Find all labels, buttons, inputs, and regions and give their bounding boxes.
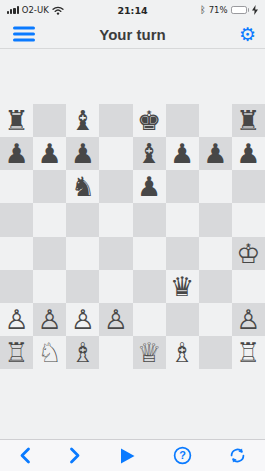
square-f4[interactable] [166, 237, 199, 270]
square-a6[interactable] [0, 170, 33, 203]
question-mark-glyph: ? [179, 449, 186, 461]
square-f6[interactable] [166, 170, 199, 203]
square-f8[interactable] [166, 104, 199, 137]
square-d6[interactable] [99, 170, 132, 203]
piece-black-queen: ♛ [170, 270, 194, 303]
cell-signal-icon [7, 6, 19, 14]
chevron-right-icon [68, 447, 82, 464]
piece-white-bishop: ♗ [71, 336, 95, 369]
square-e3[interactable] [133, 270, 166, 303]
piece-black-pawn: ♟ [4, 137, 28, 170]
previous-move-button[interactable] [12, 445, 38, 466]
square-f2[interactable] [166, 303, 199, 336]
square-g3[interactable] [199, 270, 232, 303]
square-b5[interactable] [33, 203, 66, 236]
piece-white-pawn: ♙ [38, 303, 62, 336]
square-e1[interactable]: ♕ [133, 336, 166, 369]
square-e6[interactable]: ♟ [133, 170, 166, 203]
piece-black-pawn: ♟ [203, 137, 227, 170]
chess-board: ♜♝♚♜♟♟♟♝♟♟♟♞♟♔♛♙♙♙♙♙♖♘♗♕♗♖ [0, 104, 265, 369]
piece-white-pawn: ♙ [71, 303, 95, 336]
piece-black-bishop: ♝ [71, 104, 95, 137]
question-mark-circle-icon: ? [173, 446, 192, 465]
square-e8[interactable]: ♚ [133, 104, 166, 137]
square-g8[interactable] [199, 104, 232, 137]
square-b1[interactable]: ♘ [33, 336, 66, 369]
square-a7[interactable]: ♟ [0, 137, 33, 170]
piece-black-pawn: ♟ [236, 137, 260, 170]
piece-black-pawn: ♟ [71, 137, 95, 170]
piece-white-pawn: ♙ [4, 303, 28, 336]
square-c8[interactable]: ♝ [66, 104, 99, 137]
square-h6[interactable] [232, 170, 265, 203]
status-bar: O2-UK 21:14 ᛒ 71% [0, 0, 265, 20]
square-e2[interactable] [133, 303, 166, 336]
square-g6[interactable] [199, 170, 232, 203]
bluetooth-icon: ᛒ [200, 5, 206, 15]
square-f5[interactable] [166, 203, 199, 236]
square-g7[interactable]: ♟ [199, 137, 232, 170]
piece-white-king: ♔ [236, 237, 260, 270]
wifi-icon [52, 6, 64, 15]
piece-white-bishop: ♗ [170, 336, 194, 369]
square-c7[interactable]: ♟ [66, 137, 99, 170]
piece-white-pawn: ♙ [104, 303, 128, 336]
app-screen: O2-UK 21:14 ᛒ 71% Your turn ⚙ [0, 0, 265, 471]
square-c4[interactable] [66, 237, 99, 270]
piece-white-pawn: ♙ [236, 303, 260, 336]
piece-black-king: ♚ [137, 104, 161, 137]
square-f1[interactable]: ♗ [166, 336, 199, 369]
piece-white-queen: ♕ [137, 336, 161, 369]
square-e7[interactable]: ♝ [133, 137, 166, 170]
square-a4[interactable] [0, 237, 33, 270]
menu-button[interactable] [11, 25, 37, 44]
piece-white-knight: ♘ [38, 336, 62, 369]
piece-black-pawn: ♟ [170, 137, 194, 170]
square-d3[interactable] [99, 270, 132, 303]
piece-black-rook: ♜ [4, 104, 28, 137]
square-c5[interactable] [66, 203, 99, 236]
charging-bolt-icon [252, 5, 258, 15]
square-h2[interactable]: ♙ [232, 303, 265, 336]
status-right: ᛒ 71% [200, 5, 258, 15]
piece-black-knight: ♞ [71, 170, 95, 203]
square-h5[interactable] [232, 203, 265, 236]
play-triangle-icon [118, 447, 136, 465]
square-d1[interactable] [99, 336, 132, 369]
carrier-label: O2-UK [22, 5, 49, 15]
square-c6[interactable]: ♞ [66, 170, 99, 203]
square-h1[interactable]: ♖ [232, 336, 265, 369]
square-a8[interactable]: ♜ [0, 104, 33, 137]
square-b7[interactable]: ♟ [33, 137, 66, 170]
square-g4[interactable] [199, 237, 232, 270]
square-f7[interactable]: ♟ [166, 137, 199, 170]
battery-icon [231, 6, 249, 14]
help-button[interactable]: ? [167, 444, 198, 467]
square-c3[interactable] [66, 270, 99, 303]
square-d8[interactable] [99, 104, 132, 137]
square-e4[interactable] [133, 237, 166, 270]
piece-black-rook: ♜ [236, 104, 260, 137]
chevron-left-icon [18, 447, 32, 464]
square-b3[interactable] [33, 270, 66, 303]
square-d2[interactable]: ♙ [99, 303, 132, 336]
square-h3[interactable] [232, 270, 265, 303]
piece-white-rook: ♖ [236, 336, 260, 369]
bottom-toolbar: ? [0, 439, 265, 471]
square-d7[interactable] [99, 137, 132, 170]
settings-gear-button[interactable]: ⚙ [239, 25, 256, 44]
square-a2[interactable]: ♙ [0, 303, 33, 336]
next-move-button[interactable] [62, 445, 88, 466]
play-button[interactable] [112, 445, 142, 467]
circular-arrows-icon [228, 446, 247, 465]
square-a3[interactable] [0, 270, 33, 303]
square-d5[interactable] [99, 203, 132, 236]
square-c1[interactable]: ♗ [66, 336, 99, 369]
piece-white-rook: ♖ [4, 336, 28, 369]
piece-black-pawn: ♟ [38, 137, 62, 170]
square-b8[interactable] [33, 104, 66, 137]
restart-button[interactable] [222, 444, 253, 467]
square-b6[interactable] [33, 170, 66, 203]
square-d4[interactable] [99, 237, 132, 270]
page-title: Your turn [99, 26, 165, 43]
piece-black-pawn: ♟ [137, 170, 161, 203]
status-left: O2-UK [7, 5, 64, 15]
square-h7[interactable]: ♟ [232, 137, 265, 170]
square-h4[interactable]: ♔ [232, 237, 265, 270]
battery-percent-label: 71% [209, 5, 228, 15]
piece-black-bishop: ♝ [137, 137, 161, 170]
square-f3[interactable]: ♛ [166, 270, 199, 303]
square-c2[interactable]: ♙ [66, 303, 99, 336]
nav-header: Your turn ⚙ [0, 20, 265, 49]
square-e5[interactable] [133, 203, 166, 236]
square-b4[interactable] [33, 237, 66, 270]
square-a5[interactable] [0, 203, 33, 236]
square-g2[interactable] [199, 303, 232, 336]
square-b2[interactable]: ♙ [33, 303, 66, 336]
square-a1[interactable]: ♖ [0, 336, 33, 369]
square-g5[interactable] [199, 203, 232, 236]
square-h8[interactable]: ♜ [232, 104, 265, 137]
square-g1[interactable] [199, 336, 232, 369]
